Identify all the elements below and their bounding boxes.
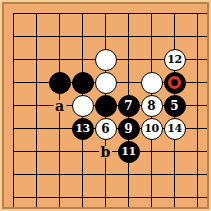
white-stone: 8 — [141, 95, 163, 117]
black-stone — [49, 72, 71, 94]
point-6-5[interactable]: 7 — [117, 94, 140, 117]
point-9-1[interactable] — [186, 2, 209, 25]
point-9-8[interactable] — [186, 163, 209, 186]
black-stone: 5 — [164, 95, 186, 117]
black-stone: 9 — [118, 118, 140, 140]
white-stone: 10 — [141, 118, 163, 140]
point-label-b: b — [99, 146, 113, 158]
point-1-8[interactable] — [2, 163, 25, 186]
point-1-6[interactable] — [2, 117, 25, 140]
point-2-9[interactable] — [25, 186, 48, 209]
white-stone — [95, 72, 117, 94]
point-4-7[interactable] — [71, 140, 94, 163]
point-3-4[interactable] — [48, 71, 71, 94]
point-7-3[interactable] — [140, 48, 163, 71]
white-stone: 14 — [164, 118, 186, 140]
point-7-6[interactable]: 10 — [140, 117, 163, 140]
point-6-2[interactable] — [117, 25, 140, 48]
point-6-1[interactable] — [117, 2, 140, 25]
point-1-9[interactable] — [2, 186, 25, 209]
stone-number: 12 — [167, 54, 181, 65]
point-2-7[interactable] — [25, 140, 48, 163]
point-8-2[interactable] — [163, 25, 186, 48]
point-1-4[interactable] — [2, 71, 25, 94]
white-stone: 12 — [164, 49, 186, 71]
point-4-1[interactable] — [71, 2, 94, 25]
point-1-1[interactable] — [2, 2, 25, 25]
go-board-grid: 12a78513691014b11 — [2, 2, 209, 209]
point-4-3[interactable] — [71, 48, 94, 71]
white-stone — [141, 72, 163, 94]
point-5-3[interactable] — [94, 48, 117, 71]
marked-black-stone — [164, 72, 186, 94]
point-8-8[interactable] — [163, 163, 186, 186]
point-5-4[interactable] — [94, 71, 117, 94]
point-7-5[interactable]: 8 — [140, 94, 163, 117]
point-6-6[interactable]: 9 — [117, 117, 140, 140]
point-2-1[interactable] — [25, 2, 48, 25]
point-8-6[interactable]: 14 — [163, 117, 186, 140]
stone-number: 7 — [124, 100, 132, 112]
point-7-7[interactable] — [140, 140, 163, 163]
point-6-9[interactable] — [117, 186, 140, 209]
point-7-9[interactable] — [140, 186, 163, 209]
point-2-6[interactable] — [25, 117, 48, 140]
point-9-3[interactable] — [186, 48, 209, 71]
go-board: 12a78513691014b11 — [0, 0, 211, 211]
point-9-6[interactable] — [186, 117, 209, 140]
point-2-3[interactable] — [25, 48, 48, 71]
point-5-9[interactable] — [94, 186, 117, 209]
point-2-5[interactable] — [25, 94, 48, 117]
point-2-4[interactable] — [25, 71, 48, 94]
point-1-3[interactable] — [2, 48, 25, 71]
point-8-7[interactable] — [163, 140, 186, 163]
stone-number: 5 — [170, 100, 178, 112]
stone-number: 14 — [167, 123, 181, 134]
point-3-6[interactable] — [48, 117, 71, 140]
point-1-5[interactable] — [2, 94, 25, 117]
point-label-a: a — [53, 100, 66, 112]
point-4-6[interactable]: 13 — [71, 117, 94, 140]
point-3-1[interactable] — [48, 2, 71, 25]
point-9-9[interactable] — [186, 186, 209, 209]
black-stone: 7 — [118, 95, 140, 117]
point-7-4[interactable] — [140, 71, 163, 94]
black-stone — [95, 95, 117, 117]
point-8-4[interactable] — [163, 71, 186, 94]
point-8-1[interactable] — [163, 2, 186, 25]
stone-number: 6 — [101, 123, 109, 135]
point-5-6[interactable]: 6 — [94, 117, 117, 140]
point-5-2[interactable] — [94, 25, 117, 48]
stone-number: 8 — [147, 100, 155, 112]
stone-number: 11 — [121, 146, 135, 157]
point-5-7[interactable]: b — [94, 140, 117, 163]
point-3-8[interactable] — [48, 163, 71, 186]
point-4-9[interactable] — [71, 186, 94, 209]
point-6-3[interactable] — [117, 48, 140, 71]
point-2-8[interactable] — [25, 163, 48, 186]
point-4-4[interactable] — [71, 71, 94, 94]
stone-number: 13 — [75, 123, 89, 134]
point-5-1[interactable] — [94, 2, 117, 25]
point-7-8[interactable] — [140, 163, 163, 186]
point-7-2[interactable] — [140, 25, 163, 48]
point-6-8[interactable] — [117, 163, 140, 186]
point-5-5[interactable] — [94, 94, 117, 117]
point-1-7[interactable] — [2, 140, 25, 163]
point-7-1[interactable] — [140, 2, 163, 25]
point-6-4[interactable] — [117, 71, 140, 94]
point-9-2[interactable] — [186, 25, 209, 48]
stone-number: 9 — [124, 123, 132, 135]
point-3-2[interactable] — [48, 25, 71, 48]
black-stone: 11 — [118, 141, 140, 163]
point-8-9[interactable] — [163, 186, 186, 209]
point-4-8[interactable] — [71, 163, 94, 186]
point-6-7[interactable]: 11 — [117, 140, 140, 163]
point-3-7[interactable] — [48, 140, 71, 163]
white-stone: 6 — [95, 118, 117, 140]
black-stone — [72, 72, 94, 94]
point-5-8[interactable] — [94, 163, 117, 186]
point-9-4[interactable] — [186, 71, 209, 94]
point-3-5[interactable]: a — [48, 94, 71, 117]
point-3-9[interactable] — [48, 186, 71, 209]
point-3-3[interactable] — [48, 48, 71, 71]
stone-number: 10 — [144, 123, 158, 134]
point-4-2[interactable] — [71, 25, 94, 48]
black-stone: 13 — [72, 118, 94, 140]
point-8-5[interactable]: 5 — [163, 94, 186, 117]
white-stone — [95, 49, 117, 71]
point-9-5[interactable] — [186, 94, 209, 117]
circle-marker-icon — [168, 76, 181, 89]
point-1-2[interactable] — [2, 25, 25, 48]
point-2-2[interactable] — [25, 25, 48, 48]
point-9-7[interactable] — [186, 140, 209, 163]
point-8-3[interactable]: 12 — [163, 48, 186, 71]
point-4-5[interactable] — [71, 94, 94, 117]
white-stone — [72, 95, 94, 117]
